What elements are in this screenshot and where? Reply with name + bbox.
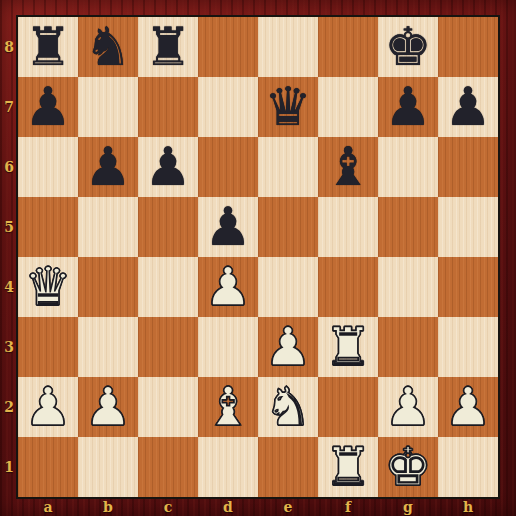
square-h4[interactable] bbox=[438, 257, 498, 317]
square-a7[interactable]: ♟ bbox=[18, 77, 78, 137]
square-f3[interactable]: ♜ bbox=[318, 317, 378, 377]
square-d5[interactable]: ♟ bbox=[198, 197, 258, 257]
square-a3[interactable] bbox=[18, 317, 78, 377]
square-h5[interactable] bbox=[438, 197, 498, 257]
chess-board: ♜♞♜♚♟♛♟♟♟♟♝♟♛♟♟♜♟♟♝♞♟♟♜♚ bbox=[18, 17, 498, 497]
square-h8[interactable] bbox=[438, 17, 498, 77]
square-f2[interactable] bbox=[318, 377, 378, 437]
piece-white-pawn[interactable]: ♟ bbox=[84, 380, 132, 433]
square-d4[interactable]: ♟ bbox=[198, 257, 258, 317]
file-label-d: d bbox=[198, 497, 258, 516]
square-e8[interactable] bbox=[258, 17, 318, 77]
square-e4[interactable] bbox=[258, 257, 318, 317]
square-g5[interactable] bbox=[378, 197, 438, 257]
square-c6[interactable]: ♟ bbox=[138, 137, 198, 197]
piece-black-king[interactable]: ♚ bbox=[384, 20, 432, 73]
square-h2[interactable]: ♟ bbox=[438, 377, 498, 437]
square-g2[interactable]: ♟ bbox=[378, 377, 438, 437]
square-e2[interactable]: ♞ bbox=[258, 377, 318, 437]
piece-black-rook[interactable]: ♜ bbox=[24, 20, 72, 73]
square-c5[interactable] bbox=[138, 197, 198, 257]
square-h6[interactable] bbox=[438, 137, 498, 197]
square-b4[interactable] bbox=[78, 257, 138, 317]
square-d7[interactable] bbox=[198, 77, 258, 137]
square-d8[interactable] bbox=[198, 17, 258, 77]
rank-label-4: 4 bbox=[0, 257, 18, 317]
piece-white-rook[interactable]: ♜ bbox=[324, 320, 372, 373]
square-g3[interactable] bbox=[378, 317, 438, 377]
square-e6[interactable] bbox=[258, 137, 318, 197]
piece-black-pawn[interactable]: ♟ bbox=[204, 200, 252, 253]
square-c2[interactable] bbox=[138, 377, 198, 437]
piece-black-knight[interactable]: ♞ bbox=[84, 20, 132, 73]
piece-black-pawn[interactable]: ♟ bbox=[144, 140, 192, 193]
square-b8[interactable]: ♞ bbox=[78, 17, 138, 77]
piece-white-queen[interactable]: ♛ bbox=[24, 260, 72, 313]
file-label-h: h bbox=[438, 497, 498, 516]
square-b7[interactable] bbox=[78, 77, 138, 137]
piece-white-rook[interactable]: ♜ bbox=[324, 440, 372, 493]
piece-white-pawn[interactable]: ♟ bbox=[444, 380, 492, 433]
file-labels: abcdefgh bbox=[18, 497, 498, 516]
square-e5[interactable] bbox=[258, 197, 318, 257]
square-a6[interactable] bbox=[18, 137, 78, 197]
piece-white-pawn[interactable]: ♟ bbox=[384, 380, 432, 433]
square-g7[interactable]: ♟ bbox=[378, 77, 438, 137]
square-h7[interactable]: ♟ bbox=[438, 77, 498, 137]
square-e3[interactable]: ♟ bbox=[258, 317, 318, 377]
square-d6[interactable] bbox=[198, 137, 258, 197]
square-g6[interactable] bbox=[378, 137, 438, 197]
square-e1[interactable] bbox=[258, 437, 318, 497]
square-f1[interactable]: ♜ bbox=[318, 437, 378, 497]
square-a8[interactable]: ♜ bbox=[18, 17, 78, 77]
square-f5[interactable] bbox=[318, 197, 378, 257]
piece-black-pawn[interactable]: ♟ bbox=[444, 80, 492, 133]
square-h1[interactable] bbox=[438, 437, 498, 497]
rank-label-1: 1 bbox=[0, 437, 18, 497]
board-frame: 87654321 ♜♞♜♚♟♛♟♟♟♟♝♟♛♟♟♜♟♟♝♞♟♟♜♚ abcdef… bbox=[0, 0, 516, 516]
square-f7[interactable] bbox=[318, 77, 378, 137]
square-a4[interactable]: ♛ bbox=[18, 257, 78, 317]
piece-black-pawn[interactable]: ♟ bbox=[24, 80, 72, 133]
square-b6[interactable]: ♟ bbox=[78, 137, 138, 197]
file-label-g: g bbox=[378, 497, 438, 516]
file-label-a: a bbox=[18, 497, 78, 516]
rank-label-7: 7 bbox=[0, 77, 18, 137]
rank-labels: 87654321 bbox=[0, 17, 18, 497]
square-b5[interactable] bbox=[78, 197, 138, 257]
piece-black-queen[interactable]: ♛ bbox=[264, 80, 312, 133]
square-c1[interactable] bbox=[138, 437, 198, 497]
square-c4[interactable] bbox=[138, 257, 198, 317]
square-a1[interactable] bbox=[18, 437, 78, 497]
piece-white-bishop[interactable]: ♝ bbox=[204, 380, 252, 433]
rank-label-8: 8 bbox=[0, 17, 18, 77]
square-d3[interactable] bbox=[198, 317, 258, 377]
rank-label-5: 5 bbox=[0, 197, 18, 257]
piece-black-pawn[interactable]: ♟ bbox=[384, 80, 432, 133]
square-b2[interactable]: ♟ bbox=[78, 377, 138, 437]
piece-white-knight[interactable]: ♞ bbox=[264, 380, 312, 433]
square-c7[interactable] bbox=[138, 77, 198, 137]
square-c3[interactable] bbox=[138, 317, 198, 377]
square-h3[interactable] bbox=[438, 317, 498, 377]
square-f8[interactable] bbox=[318, 17, 378, 77]
file-label-b: b bbox=[78, 497, 138, 516]
square-f4[interactable] bbox=[318, 257, 378, 317]
square-e7[interactable]: ♛ bbox=[258, 77, 318, 137]
square-c8[interactable]: ♜ bbox=[138, 17, 198, 77]
file-label-e: e bbox=[258, 497, 318, 516]
file-label-f: f bbox=[318, 497, 378, 516]
piece-white-pawn[interactable]: ♟ bbox=[264, 320, 312, 373]
rank-label-6: 6 bbox=[0, 137, 18, 197]
file-label-c: c bbox=[138, 497, 198, 516]
square-f6[interactable]: ♝ bbox=[318, 137, 378, 197]
rank-label-2: 2 bbox=[0, 377, 18, 437]
square-b3[interactable] bbox=[78, 317, 138, 377]
square-a2[interactable]: ♟ bbox=[18, 377, 78, 437]
square-a5[interactable] bbox=[18, 197, 78, 257]
square-d1[interactable] bbox=[198, 437, 258, 497]
piece-white-king[interactable]: ♚ bbox=[384, 440, 432, 493]
piece-white-pawn[interactable]: ♟ bbox=[24, 380, 72, 433]
square-g4[interactable] bbox=[378, 257, 438, 317]
square-b1[interactable] bbox=[78, 437, 138, 497]
square-g8[interactable]: ♚ bbox=[378, 17, 438, 77]
rank-label-3: 3 bbox=[0, 317, 18, 377]
piece-white-pawn[interactable]: ♟ bbox=[204, 260, 252, 313]
piece-black-bishop[interactable]: ♝ bbox=[324, 140, 372, 193]
piece-black-rook[interactable]: ♜ bbox=[144, 20, 192, 73]
square-d2[interactable]: ♝ bbox=[198, 377, 258, 437]
piece-black-pawn[interactable]: ♟ bbox=[84, 140, 132, 193]
square-g1[interactable]: ♚ bbox=[378, 437, 438, 497]
